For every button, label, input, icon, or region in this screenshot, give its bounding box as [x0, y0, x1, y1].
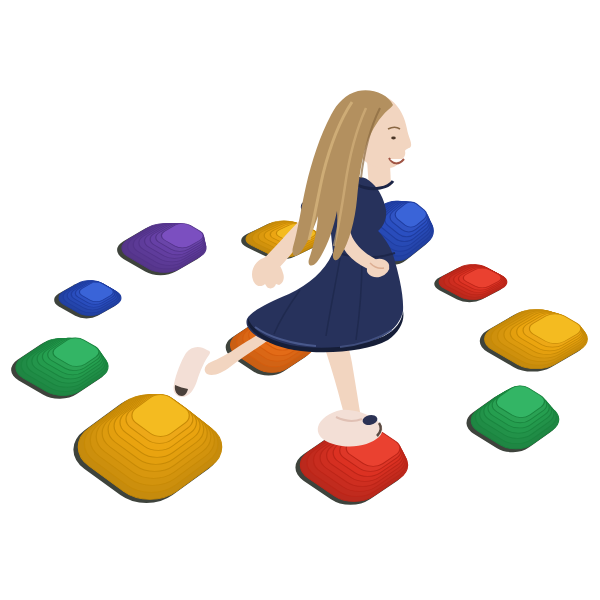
stepping-stone-red-upper-right — [427, 260, 515, 306]
child-figure — [173, 90, 411, 446]
stepping-stone-green-right — [457, 381, 573, 458]
stepping-stone-yellow-right — [469, 301, 600, 378]
product-photo — [0, 0, 600, 600]
child-eye — [391, 137, 396, 140]
stepping-stone-yellow-bottom-left — [58, 382, 238, 514]
stepping-stone-blue-left — [48, 276, 129, 322]
stepping-stone-purple-upper-left — [108, 214, 223, 280]
stepping-stones-scene — [0, 0, 600, 600]
stepping-stone-green-left — [1, 329, 123, 405]
